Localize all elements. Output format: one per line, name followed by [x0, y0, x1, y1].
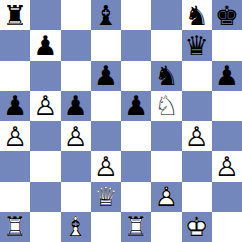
square-b2[interactable]	[30, 182, 60, 212]
black-knight-piece[interactable]: ♞	[182, 0, 212, 30]
white-king-glyph-outline: ♔	[182, 212, 212, 242]
square-d3[interactable]: ♟♙	[91, 151, 121, 181]
square-d1[interactable]	[91, 212, 121, 242]
square-c2[interactable]	[61, 182, 91, 212]
chess-board-container: ♜♝♞♚♟♛♟♞♟♟♟♙♟♟♞♘♟♙♟♙♟♙♟♙♟♙♛♕♟♙♜♖♝♗♜♖♚♔	[0, 0, 242, 242]
square-a3[interactable]	[0, 151, 30, 181]
white-pawn-piece[interactable]: ♟♙	[212, 151, 242, 181]
square-h7[interactable]	[212, 30, 242, 60]
square-e1[interactable]: ♜♖	[121, 212, 151, 242]
square-h4[interactable]	[212, 121, 242, 151]
black-pawn-piece[interactable]: ♟	[91, 61, 121, 91]
square-c3[interactable]	[61, 151, 91, 181]
square-h3[interactable]: ♟♙	[212, 151, 242, 181]
black-pawn-piece[interactable]: ♟	[0, 91, 30, 121]
square-g2[interactable]	[182, 182, 212, 212]
square-e7[interactable]	[121, 30, 151, 60]
black-rook-piece[interactable]: ♜	[0, 0, 30, 30]
square-h1[interactable]	[212, 212, 242, 242]
white-pawn-glyph-outline: ♙	[91, 151, 121, 181]
square-b8[interactable]	[30, 0, 60, 30]
white-king-piece[interactable]: ♚♔	[182, 212, 212, 242]
square-e4[interactable]	[121, 121, 151, 151]
square-c7[interactable]	[61, 30, 91, 60]
square-a4[interactable]: ♟♙	[0, 121, 30, 151]
white-pawn-piece[interactable]: ♟♙	[61, 121, 91, 151]
square-b7[interactable]: ♟	[30, 30, 60, 60]
white-pawn-piece[interactable]: ♟♙	[30, 91, 60, 121]
white-rook-piece[interactable]: ♜♖	[121, 212, 151, 242]
white-queen-glyph-outline: ♕	[91, 182, 121, 212]
black-pawn-piece[interactable]: ♟	[212, 61, 242, 91]
black-knight-piece[interactable]: ♞	[151, 61, 181, 91]
white-rook-glyph-outline: ♖	[0, 212, 30, 242]
square-c5[interactable]: ♟	[61, 91, 91, 121]
square-d4[interactable]	[91, 121, 121, 151]
white-pawn-piece[interactable]: ♟♙	[151, 182, 181, 212]
black-pawn-piece[interactable]: ♟	[121, 91, 151, 121]
square-f3[interactable]	[151, 151, 181, 181]
square-d8[interactable]: ♝	[91, 0, 121, 30]
square-g8[interactable]: ♞	[182, 0, 212, 30]
square-h8[interactable]: ♚	[212, 0, 242, 30]
square-h5[interactable]	[212, 91, 242, 121]
chess-board: ♜♝♞♚♟♛♟♞♟♟♟♙♟♟♞♘♟♙♟♙♟♙♟♙♟♙♛♕♟♙♜♖♝♗♜♖♚♔	[0, 0, 242, 242]
white-knight-glyph-outline: ♘	[151, 91, 181, 121]
square-d2[interactable]: ♛♕	[91, 182, 121, 212]
square-b5[interactable]: ♟♙	[30, 91, 60, 121]
white-bishop-glyph-outline: ♗	[61, 212, 91, 242]
square-h2[interactable]	[212, 182, 242, 212]
square-e3[interactable]	[121, 151, 151, 181]
black-bishop-piece[interactable]: ♝	[91, 0, 121, 30]
square-a8[interactable]: ♜	[0, 0, 30, 30]
white-pawn-glyph-outline: ♙	[61, 121, 91, 151]
white-pawn-glyph-outline: ♙	[30, 91, 60, 121]
square-a7[interactable]	[0, 30, 30, 60]
square-c1[interactable]: ♝♗	[61, 212, 91, 242]
white-knight-piece[interactable]: ♞♘	[151, 91, 181, 121]
square-b1[interactable]	[30, 212, 60, 242]
square-f8[interactable]	[151, 0, 181, 30]
square-e6[interactable]	[121, 61, 151, 91]
black-queen-piece[interactable]: ♛	[182, 30, 212, 60]
white-rook-glyph-outline: ♖	[121, 212, 151, 242]
square-a2[interactable]	[0, 182, 30, 212]
square-e5[interactable]: ♟	[121, 91, 151, 121]
square-h6[interactable]: ♟	[212, 61, 242, 91]
square-b3[interactable]	[30, 151, 60, 181]
square-g7[interactable]: ♛	[182, 30, 212, 60]
square-a5[interactable]: ♟	[0, 91, 30, 121]
square-f6[interactable]: ♞	[151, 61, 181, 91]
white-pawn-piece[interactable]: ♟♙	[182, 121, 212, 151]
square-a1[interactable]: ♜♖	[0, 212, 30, 242]
square-f2[interactable]: ♟♙	[151, 182, 181, 212]
square-g1[interactable]: ♚♔	[182, 212, 212, 242]
square-d6[interactable]: ♟	[91, 61, 121, 91]
square-d5[interactable]	[91, 91, 121, 121]
white-pawn-glyph-outline: ♙	[182, 121, 212, 151]
square-c4[interactable]: ♟♙	[61, 121, 91, 151]
square-g6[interactable]	[182, 61, 212, 91]
black-pawn-piece[interactable]: ♟	[30, 30, 60, 60]
white-bishop-piece[interactable]: ♝♗	[61, 212, 91, 242]
square-e8[interactable]	[121, 0, 151, 30]
white-queen-piece[interactable]: ♛♕	[91, 182, 121, 212]
square-g3[interactable]	[182, 151, 212, 181]
white-pawn-piece[interactable]: ♟♙	[91, 151, 121, 181]
white-pawn-piece[interactable]: ♟♙	[0, 121, 30, 151]
square-c6[interactable]	[61, 61, 91, 91]
white-pawn-glyph-outline: ♙	[0, 121, 30, 151]
square-g4[interactable]: ♟♙	[182, 121, 212, 151]
square-f5[interactable]: ♞♘	[151, 91, 181, 121]
square-g5[interactable]	[182, 91, 212, 121]
square-f7[interactable]	[151, 30, 181, 60]
black-king-piece[interactable]: ♚	[212, 0, 242, 30]
square-d7[interactable]	[91, 30, 121, 60]
white-pawn-glyph-outline: ♙	[212, 151, 242, 181]
black-pawn-piece[interactable]: ♟	[61, 91, 91, 121]
square-b6[interactable]	[30, 61, 60, 91]
white-pawn-glyph-outline: ♙	[151, 182, 181, 212]
square-b4[interactable]	[30, 121, 60, 151]
square-f4[interactable]	[151, 121, 181, 151]
square-f1[interactable]	[151, 212, 181, 242]
square-c8[interactable]	[61, 0, 91, 30]
square-a6[interactable]	[0, 61, 30, 91]
white-rook-piece[interactable]: ♜♖	[0, 212, 30, 242]
square-e2[interactable]	[121, 182, 151, 212]
